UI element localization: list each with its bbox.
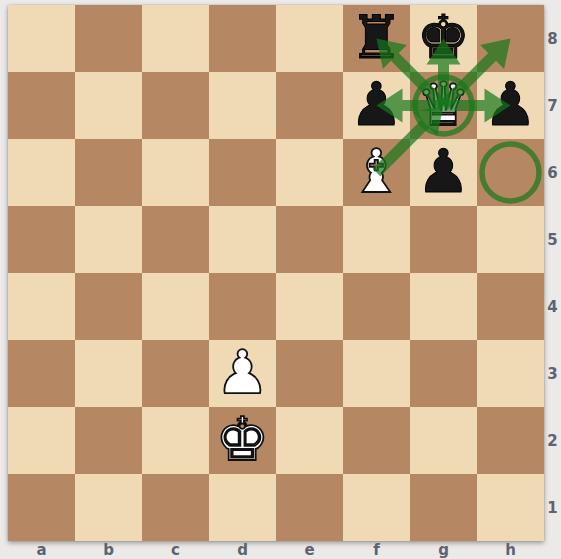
- square-b2[interactable]: [75, 407, 142, 474]
- rank-label-1: 1: [544, 474, 561, 541]
- square-g4[interactable]: [410, 273, 477, 340]
- square-h7[interactable]: ♟: [477, 72, 544, 139]
- square-b8[interactable]: [75, 5, 142, 72]
- square-f4[interactable]: [343, 273, 410, 340]
- square-g8[interactable]: ♚: [410, 5, 477, 72]
- square-h1[interactable]: [477, 474, 544, 541]
- square-b4[interactable]: [75, 273, 142, 340]
- square-g5[interactable]: [410, 206, 477, 273]
- square-c7[interactable]: [142, 72, 209, 139]
- square-e3[interactable]: [276, 340, 343, 407]
- square-a4[interactable]: [8, 273, 75, 340]
- square-g7[interactable]: ♛: [410, 72, 477, 139]
- square-c8[interactable]: [142, 5, 209, 72]
- square-a6[interactable]: [8, 139, 75, 206]
- piece-white-bishop[interactable]: ♝: [350, 141, 404, 201]
- rank-label-6: 6: [544, 139, 561, 206]
- square-h8[interactable]: [477, 5, 544, 72]
- square-h2[interactable]: [477, 407, 544, 474]
- file-label-a: a: [8, 540, 75, 559]
- square-f5[interactable]: [343, 206, 410, 273]
- square-f7[interactable]: ♟: [343, 72, 410, 139]
- square-a1[interactable]: [8, 474, 75, 541]
- file-label-h: h: [477, 540, 544, 559]
- square-e1[interactable]: [276, 474, 343, 541]
- rank-label-7: 7: [544, 72, 561, 139]
- piece-white-queen[interactable]: ♛: [417, 74, 471, 134]
- square-h6[interactable]: [477, 139, 544, 206]
- rank-label-2: 2: [544, 407, 561, 474]
- square-a8[interactable]: [8, 5, 75, 72]
- rank-label-5: 5: [544, 206, 561, 273]
- square-c3[interactable]: [142, 340, 209, 407]
- square-c6[interactable]: [142, 139, 209, 206]
- rank-labels: 87654321: [544, 5, 561, 541]
- square-c2[interactable]: [142, 407, 209, 474]
- file-label-b: b: [75, 540, 142, 559]
- square-b1[interactable]: [75, 474, 142, 541]
- square-d6[interactable]: [209, 139, 276, 206]
- square-a5[interactable]: [8, 206, 75, 273]
- square-b7[interactable]: [75, 72, 142, 139]
- file-label-e: e: [276, 540, 343, 559]
- square-b5[interactable]: [75, 206, 142, 273]
- square-f3[interactable]: [343, 340, 410, 407]
- square-e5[interactable]: [276, 206, 343, 273]
- square-f1[interactable]: [343, 474, 410, 541]
- square-a2[interactable]: [8, 407, 75, 474]
- file-label-c: c: [142, 540, 209, 559]
- square-h4[interactable]: [477, 273, 544, 340]
- square-d1[interactable]: [209, 474, 276, 541]
- file-labels: abcdefgh: [8, 540, 544, 559]
- square-e4[interactable]: [276, 273, 343, 340]
- square-e2[interactable]: [276, 407, 343, 474]
- square-e7[interactable]: [276, 72, 343, 139]
- file-label-g: g: [410, 540, 477, 559]
- square-a7[interactable]: [8, 72, 75, 139]
- piece-black-king[interactable]: ♚: [417, 7, 471, 67]
- square-f2[interactable]: [343, 407, 410, 474]
- piece-black-pawn[interactable]: ♟: [484, 74, 538, 134]
- square-h3[interactable]: [477, 340, 544, 407]
- square-c4[interactable]: [142, 273, 209, 340]
- square-d2[interactable]: ♚: [209, 407, 276, 474]
- square-a3[interactable]: [8, 340, 75, 407]
- chess-board: ♜♚♟♛♟♝♟♟♚: [8, 5, 544, 541]
- file-label-d: d: [209, 540, 276, 559]
- square-h5[interactable]: [477, 206, 544, 273]
- rank-label-3: 3: [544, 340, 561, 407]
- piece-black-pawn[interactable]: ♟: [417, 141, 471, 201]
- square-g6[interactable]: ♟: [410, 139, 477, 206]
- piece-white-pawn[interactable]: ♟: [216, 342, 270, 402]
- square-b6[interactable]: [75, 139, 142, 206]
- chess-app: ♜♚♟♛♟♝♟♟♚ 87654321 abcdefgh: [0, 0, 561, 559]
- rank-label-8: 8: [544, 5, 561, 72]
- piece-black-rook[interactable]: ♜: [350, 7, 404, 67]
- square-d3[interactable]: ♟: [209, 340, 276, 407]
- square-d4[interactable]: [209, 273, 276, 340]
- piece-white-king[interactable]: ♚: [216, 409, 270, 469]
- square-c5[interactable]: [142, 206, 209, 273]
- square-d8[interactable]: [209, 5, 276, 72]
- piece-black-pawn[interactable]: ♟: [350, 74, 404, 134]
- square-f6[interactable]: ♝: [343, 139, 410, 206]
- square-g1[interactable]: [410, 474, 477, 541]
- square-e8[interactable]: [276, 5, 343, 72]
- file-label-f: f: [343, 540, 410, 559]
- rank-label-4: 4: [544, 273, 561, 340]
- square-d7[interactable]: [209, 72, 276, 139]
- square-b3[interactable]: [75, 340, 142, 407]
- square-e6[interactable]: [276, 139, 343, 206]
- square-g3[interactable]: [410, 340, 477, 407]
- square-c1[interactable]: [142, 474, 209, 541]
- square-f8[interactable]: ♜: [343, 5, 410, 72]
- square-g2[interactable]: [410, 407, 477, 474]
- square-d5[interactable]: [209, 206, 276, 273]
